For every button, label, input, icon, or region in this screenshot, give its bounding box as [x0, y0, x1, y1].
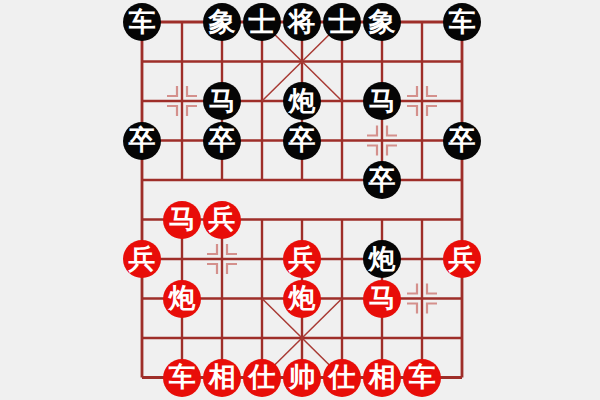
piece-glyph: 兵 [129, 246, 156, 273]
piece-glyph: 马 [369, 88, 396, 115]
piece-black-soldier[interactable]: 卒 [123, 122, 161, 160]
piece-black-advisor[interactable]: 士 [243, 3, 281, 41]
piece-red-chariot[interactable]: 车 [403, 359, 441, 397]
piece-glyph: 卒 [129, 127, 156, 154]
piece-glyph: 车 [169, 364, 196, 391]
piece-glyph: 卒 [289, 127, 316, 154]
piece-black-soldier[interactable]: 卒 [363, 161, 401, 199]
piece-red-horse[interactable]: 马 [163, 201, 201, 239]
piece-black-horse[interactable]: 马 [363, 82, 401, 120]
piece-red-chariot[interactable]: 车 [163, 359, 201, 397]
piece-black-general[interactable]: 将 [283, 3, 321, 41]
piece-red-soldier[interactable]: 兵 [283, 240, 321, 278]
piece-glyph: 士 [329, 9, 356, 36]
piece-glyph: 仕 [249, 364, 276, 391]
piece-glyph: 炮 [289, 88, 316, 115]
piece-glyph: 兵 [449, 246, 476, 273]
piece-black-elephant[interactable]: 象 [363, 3, 401, 41]
piece-glyph: 炮 [289, 285, 316, 312]
piece-red-general[interactable]: 帅 [283, 359, 321, 397]
xiangqi-board[interactable]: 车象士将士象车马炮马卒卒卒卒卒马兵兵兵炮兵炮炮马车相仕帅仕相车 [0, 0, 600, 400]
piece-black-soldier[interactable]: 卒 [203, 122, 241, 160]
piece-black-soldier[interactable]: 卒 [443, 122, 481, 160]
piece-glyph: 帅 [289, 364, 316, 391]
piece-black-chariot[interactable]: 车 [443, 3, 481, 41]
piece-glyph: 象 [209, 9, 236, 36]
piece-red-horse[interactable]: 马 [363, 280, 401, 318]
piece-glyph: 相 [209, 364, 236, 391]
piece-black-elephant[interactable]: 象 [203, 3, 241, 41]
piece-glyph: 相 [369, 364, 396, 391]
piece-red-cannon[interactable]: 炮 [163, 280, 201, 318]
piece-glyph: 卒 [369, 167, 396, 194]
piece-red-soldier[interactable]: 兵 [123, 240, 161, 278]
piece-red-advisor[interactable]: 仕 [243, 359, 281, 397]
piece-glyph: 将 [289, 9, 316, 36]
piece-glyph: 炮 [169, 285, 196, 312]
piece-glyph: 马 [369, 285, 396, 312]
piece-glyph: 车 [409, 364, 436, 391]
piece-red-soldier[interactable]: 兵 [203, 201, 241, 239]
piece-black-advisor[interactable]: 士 [323, 3, 361, 41]
piece-glyph: 马 [209, 88, 236, 115]
piece-red-advisor[interactable]: 仕 [323, 359, 361, 397]
piece-glyph: 卒 [449, 127, 476, 154]
piece-red-elephant[interactable]: 相 [363, 359, 401, 397]
piece-black-cannon[interactable]: 炮 [283, 82, 321, 120]
piece-glyph: 兵 [209, 206, 236, 233]
piece-glyph: 象 [369, 9, 396, 36]
piece-glyph: 车 [449, 9, 476, 36]
piece-red-soldier[interactable]: 兵 [443, 240, 481, 278]
piece-glyph: 仕 [329, 364, 356, 391]
piece-glyph: 马 [169, 206, 196, 233]
piece-grid: 车象士将士象车马炮马卒卒卒卒卒马兵兵兵炮兵炮炮马车相仕帅仕相车 [122, 2, 482, 397]
piece-glyph: 兵 [289, 246, 316, 273]
piece-black-horse[interactable]: 马 [203, 82, 241, 120]
piece-glyph: 炮 [369, 246, 396, 273]
piece-glyph: 卒 [209, 127, 236, 154]
piece-glyph: 车 [129, 9, 156, 36]
piece-red-cannon[interactable]: 炮 [283, 280, 321, 318]
piece-black-chariot[interactable]: 车 [123, 3, 161, 41]
piece-black-cannon[interactable]: 炮 [363, 240, 401, 278]
piece-glyph: 士 [249, 9, 276, 36]
piece-black-soldier[interactable]: 卒 [283, 122, 321, 160]
piece-red-elephant[interactable]: 相 [203, 359, 241, 397]
